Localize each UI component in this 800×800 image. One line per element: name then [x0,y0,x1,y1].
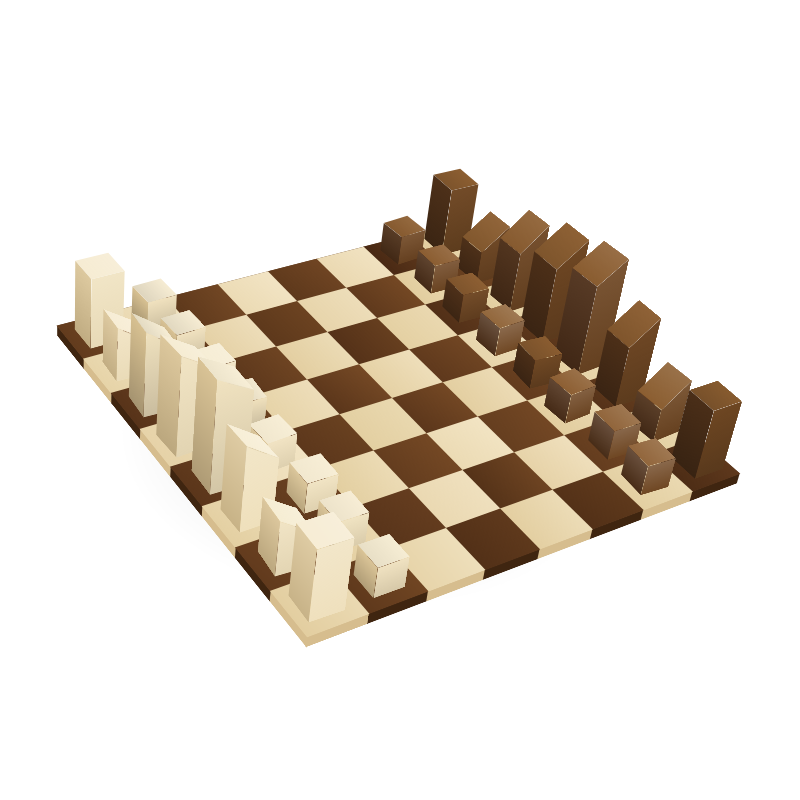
chess-board: ♜♞♝♛♚♝♞♜♟♟♟♟♟♟♟♟♙♙♙♙♙♙♙♙♖♘♗♕♔♗♘♖ [57,223,740,636]
product-photo: ♜♞♝♛♚♝♞♜♟♟♟♟♟♟♟♟♙♙♙♙♙♙♙♙♖♘♗♕♔♗♘♖ [0,0,800,800]
